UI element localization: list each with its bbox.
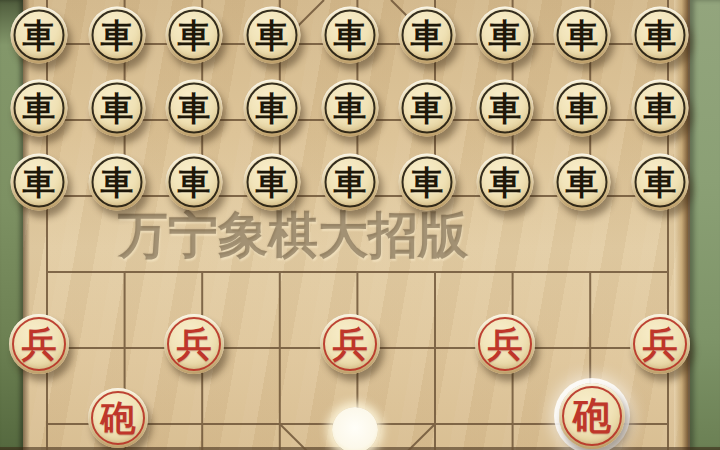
black-chariot-piece[interactable]: 車 <box>477 7 534 64</box>
red-soldier-piece[interactable]: 兵 <box>320 314 380 374</box>
chariot-glyph: 車 <box>178 92 211 125</box>
move-origin-marker <box>332 407 378 450</box>
chariot-glyph: 車 <box>178 166 211 199</box>
soldier-glyph: 兵 <box>333 327 368 362</box>
chariot-glyph: 車 <box>566 166 599 199</box>
chariot-glyph: 車 <box>334 19 367 52</box>
cannon-glyph: 砲 <box>573 397 611 435</box>
black-chariot-piece[interactable]: 車 <box>89 154 146 211</box>
chariot-glyph: 車 <box>644 166 677 199</box>
red-soldier-piece[interactable]: 兵 <box>630 314 690 374</box>
soldier-glyph: 兵 <box>177 327 212 362</box>
cannon-glyph: 砲 <box>101 401 136 436</box>
chariot-glyph: 車 <box>411 166 444 199</box>
black-chariot-piece[interactable]: 車 <box>244 7 301 64</box>
black-chariot-piece[interactable]: 車 <box>322 7 379 64</box>
chariot-glyph: 車 <box>256 166 289 199</box>
chariot-glyph: 車 <box>101 92 134 125</box>
black-chariot-piece[interactable]: 車 <box>89 80 146 137</box>
black-chariot-piece[interactable]: 車 <box>399 7 456 64</box>
chariot-glyph: 車 <box>23 92 56 125</box>
black-chariot-piece[interactable]: 車 <box>322 80 379 137</box>
chariot-glyph: 車 <box>101 166 134 199</box>
river-watermark-text: 万宁象棋大招版 <box>118 206 626 264</box>
soldier-glyph: 兵 <box>22 327 57 362</box>
black-chariot-piece[interactable]: 車 <box>166 154 223 211</box>
chariot-glyph: 車 <box>489 19 522 52</box>
black-chariot-piece[interactable]: 車 <box>244 154 301 211</box>
black-chariot-piece[interactable]: 車 <box>244 80 301 137</box>
chariot-glyph: 車 <box>566 92 599 125</box>
chariot-glyph: 車 <box>178 19 211 52</box>
black-chariot-piece[interactable]: 車 <box>632 80 689 137</box>
black-chariot-piece[interactable]: 車 <box>89 7 146 64</box>
chariot-glyph: 車 <box>644 19 677 52</box>
black-chariot-piece[interactable]: 車 <box>166 7 223 64</box>
black-chariot-piece[interactable]: 車 <box>632 7 689 64</box>
chariot-glyph: 車 <box>411 92 444 125</box>
soldier-glyph: 兵 <box>488 327 523 362</box>
black-chariot-piece[interactable]: 車 <box>477 154 534 211</box>
chariot-glyph: 車 <box>334 166 367 199</box>
black-chariot-piece[interactable]: 車 <box>11 7 68 64</box>
chariot-glyph: 車 <box>101 19 134 52</box>
black-chariot-piece[interactable]: 車 <box>166 80 223 137</box>
black-chariot-piece[interactable]: 車 <box>632 154 689 211</box>
black-chariot-piece[interactable]: 車 <box>554 7 611 64</box>
chariot-glyph: 車 <box>23 166 56 199</box>
red-cannon-piece[interactable]: 砲 <box>559 383 625 449</box>
chariot-glyph: 車 <box>256 19 289 52</box>
chariot-glyph: 車 <box>23 19 56 52</box>
chariot-glyph: 車 <box>644 92 677 125</box>
black-chariot-piece[interactable]: 車 <box>11 80 68 137</box>
chariot-glyph: 車 <box>256 92 289 125</box>
red-soldier-piece[interactable]: 兵 <box>475 314 535 374</box>
black-chariot-piece[interactable]: 車 <box>477 80 534 137</box>
red-cannon-piece[interactable]: 砲 <box>88 388 148 448</box>
red-soldier-piece[interactable]: 兵 <box>9 314 69 374</box>
chariot-glyph: 車 <box>411 19 444 52</box>
xiangqi-game-screen: 万宁象棋大招版 車車車車車車車車車車車車車車車車車車車車車車車車車車車兵兵兵兵兵… <box>0 0 720 450</box>
chariot-glyph: 車 <box>489 92 522 125</box>
black-chariot-piece[interactable]: 車 <box>11 154 68 211</box>
soldier-glyph: 兵 <box>643 327 678 362</box>
chariot-glyph: 車 <box>489 166 522 199</box>
black-chariot-piece[interactable]: 車 <box>554 80 611 137</box>
black-chariot-piece[interactable]: 車 <box>399 80 456 137</box>
chariot-glyph: 車 <box>566 19 599 52</box>
chariot-glyph: 車 <box>334 92 367 125</box>
black-chariot-piece[interactable]: 車 <box>399 154 456 211</box>
black-chariot-piece[interactable]: 車 <box>554 154 611 211</box>
red-soldier-piece[interactable]: 兵 <box>164 314 224 374</box>
black-chariot-piece[interactable]: 車 <box>322 154 379 211</box>
